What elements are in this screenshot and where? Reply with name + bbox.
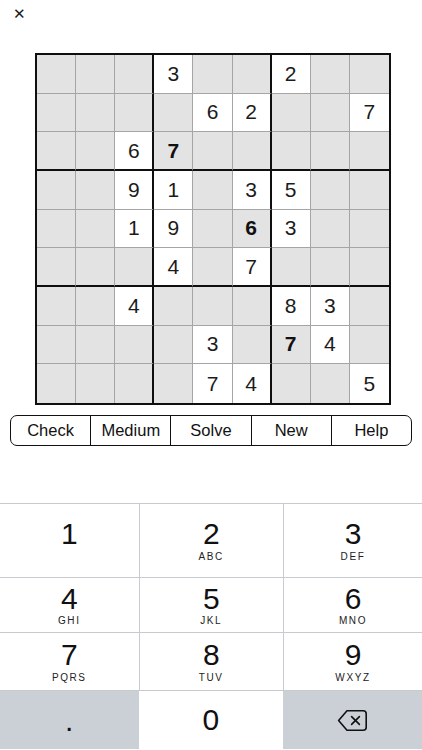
cell-r1c9[interactable]: [350, 55, 389, 94]
cell-r1c4[interactable]: 3: [154, 55, 193, 94]
key-digit-label: 3: [345, 518, 362, 550]
cell-r1c1[interactable]: [37, 55, 76, 94]
cell-r1c8[interactable]: [311, 55, 350, 94]
cell-r3c8[interactable]: [311, 132, 350, 171]
button-check[interactable]: Check: [11, 416, 91, 445]
cell-r4c7[interactable]: 5: [272, 171, 311, 210]
cell-r4c6[interactable]: 3: [233, 171, 272, 210]
cell-r2c1[interactable]: [37, 94, 76, 133]
sudoku-board: 32627679135196347483374745: [35, 53, 391, 405]
cell-r5c5[interactable]: [193, 210, 232, 249]
cell-r8c7[interactable]: 7: [272, 326, 311, 365]
key-digit-label: 8: [203, 639, 220, 671]
cell-r9c6[interactable]: 4: [233, 364, 272, 403]
cell-r1c3[interactable]: [115, 55, 154, 94]
cell-r9c3[interactable]: [115, 364, 154, 403]
cell-r2c2[interactable]: [76, 94, 115, 133]
cell-r9c9[interactable]: 5: [350, 364, 389, 403]
key-digit-label: 0: [202, 704, 219, 736]
cell-r5c9[interactable]: [350, 210, 389, 249]
cell-r7c6[interactable]: [233, 287, 272, 326]
cell-r1c2[interactable]: [76, 55, 115, 94]
number-keypad: 12ABC3DEF4GHI5JKL6MNO7PQRS8TUV9WXYZ.0: [0, 503, 422, 750]
cell-r6c3[interactable]: [115, 248, 154, 287]
button-new[interactable]: New: [252, 416, 332, 445]
key-5[interactable]: 5JKL: [139, 577, 284, 632]
button-medium[interactable]: Medium: [91, 416, 171, 445]
close-icon[interactable]: ✕: [13, 6, 26, 21]
cell-r4c1[interactable]: [37, 171, 76, 210]
key-letters-label: PQRS: [52, 671, 87, 684]
key-digit-label: 1: [61, 518, 78, 550]
key-4[interactable]: 4GHI: [0, 577, 139, 632]
cell-r7c3[interactable]: 4: [115, 287, 154, 326]
dot-glyph: .: [65, 707, 73, 734]
key-backspace[interactable]: [283, 690, 422, 749]
cell-r5c3[interactable]: 1: [115, 210, 154, 249]
cell-r2c8[interactable]: [311, 94, 350, 133]
cell-r9c8[interactable]: [311, 364, 350, 403]
cell-r5c4[interactable]: 9: [154, 210, 193, 249]
key-letters-label: GHI: [58, 614, 81, 627]
key-8[interactable]: 8TUV: [139, 632, 284, 690]
key-digit-label: 5: [203, 583, 220, 615]
key-digit-label: 2: [203, 518, 220, 550]
cell-r6c9[interactable]: [350, 248, 389, 287]
button-help[interactable]: Help: [332, 416, 411, 445]
cell-r5c6[interactable]: 6: [233, 210, 272, 249]
cell-r7c8[interactable]: 3: [311, 287, 350, 326]
key-letters-label: MNO: [339, 614, 367, 627]
key-1[interactable]: 1: [0, 504, 139, 577]
cell-r7c4[interactable]: [154, 287, 193, 326]
cell-r4c4[interactable]: 1: [154, 171, 193, 210]
cell-r8c3[interactable]: [115, 326, 154, 365]
cell-r9c7[interactable]: [272, 364, 311, 403]
cell-r6c2[interactable]: [76, 248, 115, 287]
cell-r2c9[interactable]: 7: [350, 94, 389, 133]
cell-r8c5[interactable]: 3: [193, 326, 232, 365]
cell-r5c2[interactable]: [76, 210, 115, 249]
cell-r1c6[interactable]: [233, 55, 272, 94]
cell-r4c2[interactable]: [76, 171, 115, 210]
cell-r2c4[interactable]: [154, 94, 193, 133]
key-9[interactable]: 9WXYZ: [283, 632, 422, 690]
cell-r8c8[interactable]: 4: [311, 326, 350, 365]
cell-r8c2[interactable]: [76, 326, 115, 365]
key-dot[interactable]: .: [0, 690, 139, 749]
key-3[interactable]: 3DEF: [283, 504, 422, 577]
cell-r5c8[interactable]: [311, 210, 350, 249]
app-screen: ✕ 32627679135196347483374745 CheckMedium…: [0, 0, 422, 750]
key-letters-label: ABC: [199, 550, 224, 563]
cell-r8c4[interactable]: [154, 326, 193, 365]
key-7[interactable]: 7PQRS: [0, 632, 139, 690]
key-2[interactable]: 2ABC: [139, 504, 284, 577]
cell-r6c5[interactable]: [193, 248, 232, 287]
cell-r2c3[interactable]: [115, 94, 154, 133]
cell-r4c8[interactable]: [311, 171, 350, 210]
cell-r6c8[interactable]: [311, 248, 350, 287]
cell-r4c5[interactable]: [193, 171, 232, 210]
key-letters-label: JKL: [200, 614, 222, 627]
cell-r3c3[interactable]: 6: [115, 132, 154, 171]
cell-r6c6[interactable]: 7: [233, 248, 272, 287]
cell-r2c6[interactable]: 2: [233, 94, 272, 133]
cell-r6c4[interactable]: 4: [154, 248, 193, 287]
cell-r5c7[interactable]: 3: [272, 210, 311, 249]
backspace-icon: [337, 709, 368, 732]
cell-r7c7[interactable]: 8: [272, 287, 311, 326]
cell-r7c5[interactable]: [193, 287, 232, 326]
cell-r3c7[interactable]: [272, 132, 311, 171]
cell-r9c4[interactable]: [154, 364, 193, 403]
cell-r9c5[interactable]: 7: [193, 364, 232, 403]
key-letters-label: WXYZ: [335, 671, 370, 684]
cell-r3c9[interactable]: [350, 132, 389, 171]
cell-r8c9[interactable]: [350, 326, 389, 365]
cell-r4c9[interactable]: [350, 171, 389, 210]
key-digit-label: 9: [345, 639, 362, 671]
cell-r3c5[interactable]: [193, 132, 232, 171]
key-letters-label: TUV: [199, 671, 224, 684]
key-6[interactable]: 6MNO: [283, 577, 422, 632]
cell-r2c5[interactable]: 6: [193, 94, 232, 133]
key-digit-label: 7: [61, 639, 78, 671]
cell-r5c1[interactable]: [37, 210, 76, 249]
cell-r9c2[interactable]: [76, 364, 115, 403]
toolbar: CheckMediumSolveNewHelp: [10, 415, 412, 446]
cell-r7c9[interactable]: [350, 287, 389, 326]
cell-r7c1[interactable]: [37, 287, 76, 326]
cell-r3c1[interactable]: [37, 132, 76, 171]
cell-r4c3[interactable]: 9: [115, 171, 154, 210]
button-solve[interactable]: Solve: [171, 416, 251, 445]
cell-r3c6[interactable]: [233, 132, 272, 171]
cell-r1c7[interactable]: 2: [272, 55, 311, 94]
cell-r3c4[interactable]: 7: [154, 132, 193, 171]
cell-r6c1[interactable]: [37, 248, 76, 287]
cell-r9c1[interactable]: [37, 364, 76, 403]
key-0[interactable]: 0: [139, 690, 284, 749]
key-digit-label: 6: [345, 583, 362, 615]
cell-r8c1[interactable]: [37, 326, 76, 365]
cell-r3c2[interactable]: [76, 132, 115, 171]
key-digit-label: 4: [61, 583, 78, 615]
cell-r1c5[interactable]: [193, 55, 232, 94]
cell-r8c6[interactable]: [233, 326, 272, 365]
cell-r6c7[interactable]: [272, 248, 311, 287]
cell-r2c7[interactable]: [272, 94, 311, 133]
key-letters-label: DEF: [341, 550, 366, 563]
cell-r7c2[interactable]: [76, 287, 115, 326]
